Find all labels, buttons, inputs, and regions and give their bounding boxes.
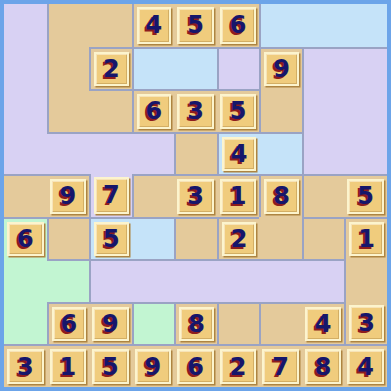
game-window: 456296354973185652169843315962784 (0, 0, 391, 391)
tile-digit: 8 (315, 355, 332, 379)
cell-r5c9[interactable]: 5 (344, 174, 387, 217)
cell-r5c5[interactable]: 3 (174, 174, 217, 217)
cell-r4c9[interactable] (344, 132, 387, 175)
cell-r3c9[interactable] (344, 89, 387, 132)
tile-6: 6 (220, 7, 257, 44)
tile-6: 6 (7, 222, 44, 257)
tile-5: 5 (92, 349, 129, 384)
cell-r4c5[interactable] (174, 132, 217, 175)
tile-5: 5 (347, 179, 384, 214)
cell-r2c1[interactable] (4, 47, 47, 90)
cell-r2c8[interactable] (302, 47, 345, 90)
cell-r8c6[interactable] (217, 302, 260, 345)
tile-digit: 5 (103, 227, 120, 251)
cell-r4c2[interactable] (47, 132, 90, 175)
cell-r6c3[interactable]: 5 (89, 217, 132, 260)
tile-digit: 4 (315, 312, 332, 336)
tile-digit: 3 (358, 311, 375, 335)
tile-digit: 1 (59, 355, 76, 379)
tile-9: 9 (92, 307, 129, 342)
cell-r8c2[interactable]: 6 (47, 302, 90, 345)
cell-r1c7[interactable] (259, 4, 302, 47)
tile-digit: 3 (187, 184, 204, 208)
cell-r7c4[interactable] (132, 259, 175, 302)
cell-r8c4[interactable] (132, 302, 175, 345)
cell-r1c6[interactable]: 6 (217, 4, 260, 47)
cell-r4c1[interactable] (4, 132, 47, 175)
tile-4: 4 (222, 137, 257, 172)
cell-r2c5[interactable] (174, 47, 217, 90)
tile-4: 4 (137, 7, 172, 44)
cell-r8c3[interactable]: 9 (89, 302, 132, 345)
cell-r1c5[interactable]: 5 (174, 4, 217, 47)
cell-r6c6[interactable]: 2 (217, 217, 260, 260)
cell-r1c3[interactable] (89, 4, 132, 47)
cell-r8c9[interactable]: 3 (344, 302, 387, 345)
tile-digit: 5 (102, 355, 119, 379)
cell-r2c9[interactable] (344, 47, 387, 90)
tile-2: 2 (94, 52, 129, 87)
cell-r9c5[interactable]: 6 (174, 344, 217, 387)
cell-r4c6[interactable]: 4 (217, 132, 260, 175)
tile-9: 9 (264, 52, 299, 87)
tile-digit: 4 (146, 13, 163, 37)
cell-r6c7[interactable] (259, 217, 302, 260)
tile-digit: 8 (188, 312, 205, 336)
cell-r9c9[interactable]: 4 (344, 344, 387, 387)
cell-r5c2[interactable]: 9 (47, 174, 90, 217)
tile-2: 2 (220, 349, 257, 384)
cell-r6c1[interactable]: 6 (4, 217, 47, 260)
tile-digit: 1 (230, 184, 247, 208)
tile-5: 5 (177, 7, 214, 44)
cell-r3c8[interactable] (302, 89, 345, 132)
tile-2: 2 (222, 222, 257, 257)
tile-digit: 5 (357, 184, 374, 208)
tile-1: 1 (220, 179, 257, 214)
cell-r3c7[interactable] (259, 89, 302, 132)
tile-digit: 8 (273, 184, 290, 208)
cell-r5c6[interactable]: 1 (217, 174, 260, 217)
cell-r3c3[interactable] (89, 89, 132, 132)
cell-r7c7[interactable] (259, 259, 302, 302)
cell-r1c1[interactable] (4, 4, 47, 47)
cell-r5c1[interactable] (4, 174, 47, 217)
tile-digit: 6 (60, 312, 77, 336)
tile-3: 3 (349, 305, 384, 342)
tile-4: 4 (305, 307, 342, 342)
cell-r2c6[interactable] (217, 47, 260, 90)
tile-3: 3 (7, 349, 44, 384)
cell-r2c2[interactable] (47, 47, 90, 90)
cell-r3c5[interactable]: 3 (174, 89, 217, 132)
cell-r6c4[interactable] (132, 217, 175, 260)
cell-r7c1[interactable] (4, 259, 47, 302)
tile-digit: 6 (146, 99, 163, 123)
cell-r3c4[interactable]: 6 (132, 89, 175, 132)
tile-6: 6 (137, 94, 172, 129)
cell-r1c4[interactable]: 4 (132, 4, 175, 47)
tile-9: 9 (50, 179, 87, 214)
tile-digit: 4 (357, 355, 374, 379)
tile-digit: 2 (230, 355, 247, 379)
cell-r3c1[interactable] (4, 89, 47, 132)
tile-7: 7 (262, 349, 299, 384)
tile-5: 5 (94, 222, 129, 257)
tile-digit: 5 (187, 13, 204, 37)
tile-6: 6 (177, 349, 214, 384)
tile-digit: 7 (103, 183, 120, 207)
cell-r1c2[interactable] (47, 4, 90, 47)
tile-6: 6 (52, 307, 87, 342)
tile-3: 3 (177, 94, 214, 129)
cell-r7c8[interactable] (302, 259, 345, 302)
cell-r6c2[interactable] (47, 217, 90, 260)
tile-5: 5 (220, 94, 257, 129)
cell-r4c3[interactable] (89, 132, 132, 175)
cell-r6c8[interactable] (302, 217, 345, 260)
tile-digit: 1 (358, 227, 375, 251)
tile-digit: 9 (102, 312, 119, 336)
cell-r9c8[interactable]: 8 (302, 344, 345, 387)
tile-digit: 4 (231, 142, 248, 166)
cell-r7c5[interactable] (174, 259, 217, 302)
cell-r3c6[interactable]: 5 (217, 89, 260, 132)
tile-1: 1 (50, 349, 87, 384)
tile-digit: 2 (103, 57, 120, 81)
sudoku-board: 456296354973185652169843315962784 (4, 4, 387, 387)
cell-r7c9[interactable] (344, 259, 387, 302)
cell-r7c6[interactable] (217, 259, 260, 302)
cell-r3c2[interactable] (47, 89, 90, 132)
tile-8: 8 (305, 349, 342, 384)
cell-r2c4[interactable] (132, 47, 175, 90)
tile-8: 8 (179, 307, 214, 342)
cell-r5c8[interactable] (302, 174, 345, 217)
cell-r5c3[interactable]: 7 (89, 174, 132, 217)
tile-digit: 9 (273, 57, 290, 81)
cell-r7c2[interactable] (47, 259, 90, 302)
cell-r8c5[interactable]: 8 (174, 302, 217, 345)
cell-r9c3[interactable]: 5 (89, 344, 132, 387)
cell-r5c7[interactable]: 8 (259, 174, 302, 217)
tile-digit: 6 (187, 355, 204, 379)
tile-digit: 9 (59, 184, 76, 208)
tile-4: 4 (347, 349, 384, 384)
cell-r9c2[interactable]: 1 (47, 344, 90, 387)
tile-digit: 6 (230, 13, 247, 37)
cell-r8c8[interactable]: 4 (302, 302, 345, 345)
cell-r6c9[interactable]: 1 (344, 217, 387, 260)
tile-8: 8 (264, 179, 299, 214)
tile-1: 1 (349, 222, 384, 257)
cell-r5c4[interactable] (132, 174, 175, 217)
cell-r4c8[interactable] (302, 132, 345, 175)
cell-r9c1[interactable]: 3 (4, 344, 47, 387)
cell-r1c9[interactable] (344, 4, 387, 47)
cell-r8c7[interactable] (259, 302, 302, 345)
cell-r1c8[interactable] (302, 4, 345, 47)
tile-digit: 6 (17, 227, 34, 251)
cell-r4c4[interactable] (132, 132, 175, 175)
cell-r9c6[interactable]: 2 (217, 344, 260, 387)
tile-digit: 7 (272, 355, 289, 379)
cell-r9c4[interactable]: 9 (132, 344, 175, 387)
cell-r9c7[interactable]: 7 (259, 344, 302, 387)
cell-r4c7[interactable] (259, 132, 302, 175)
tile-digit: 2 (231, 227, 248, 251)
cell-r7c3[interactable] (89, 259, 132, 302)
cell-r6c5[interactable] (174, 217, 217, 260)
tile-9: 9 (135, 349, 172, 384)
tile-7: 7 (94, 177, 129, 214)
tile-3: 3 (177, 179, 214, 214)
cell-r8c1[interactable] (4, 302, 47, 345)
tile-digit: 3 (187, 99, 204, 123)
tile-digit: 3 (17, 355, 34, 379)
cell-r2c7[interactable]: 9 (259, 47, 302, 90)
cell-r2c3[interactable]: 2 (89, 47, 132, 90)
tile-digit: 9 (145, 355, 162, 379)
tile-digit: 5 (230, 99, 247, 123)
